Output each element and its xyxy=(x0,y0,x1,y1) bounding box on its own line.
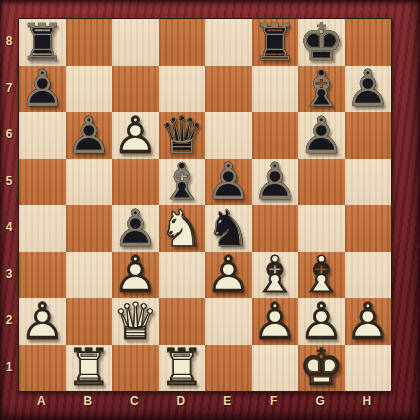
white-bishop-detail-icon: ♗ xyxy=(252,252,299,299)
white-pawn-icon: ♟ xyxy=(112,112,159,159)
square-g4[interactable] xyxy=(298,205,345,252)
square-c2[interactable]: ♛♕ xyxy=(112,298,159,345)
white-king-icon: ♚ xyxy=(298,345,345,392)
square-g5[interactable] xyxy=(298,159,345,206)
black-rook-icon: ♜ xyxy=(252,19,299,66)
square-f3[interactable]: ♝♗ xyxy=(252,252,299,299)
square-b7[interactable] xyxy=(66,66,113,113)
square-g6[interactable]: ♟♙ xyxy=(298,112,345,159)
square-g1[interactable]: ♚♔ xyxy=(298,345,345,392)
square-d5[interactable]: ♝♗ xyxy=(159,159,206,206)
piece-white-knight[interactable]: ♞♘ xyxy=(159,205,206,252)
white-bishop-icon: ♝ xyxy=(252,252,299,299)
white-rook-icon: ♜ xyxy=(159,345,206,392)
black-pawn-icon: ♟ xyxy=(19,66,66,113)
black-pawn-detail-icon: ♙ xyxy=(112,205,159,252)
square-a1[interactable] xyxy=(19,345,66,392)
square-c8[interactable] xyxy=(112,19,159,66)
square-b2[interactable] xyxy=(66,298,113,345)
square-g2[interactable]: ♟♙ xyxy=(298,298,345,345)
black-bishop-icon: ♝ xyxy=(159,159,206,206)
black-queen-detail-icon: ♕ xyxy=(159,112,206,159)
square-f8[interactable]: ♜♖ xyxy=(252,19,299,66)
square-a2[interactable]: ♟♙ xyxy=(19,298,66,345)
square-f6[interactable] xyxy=(252,112,299,159)
file-label-h: H xyxy=(344,390,391,411)
black-pawn-icon: ♟ xyxy=(345,66,392,113)
piece-black-pawn[interactable]: ♟♙ xyxy=(66,112,113,159)
piece-black-bishop[interactable]: ♝♗ xyxy=(298,66,345,113)
black-pawn-icon: ♟ xyxy=(205,159,252,206)
square-a4[interactable] xyxy=(19,205,66,252)
square-h8[interactable] xyxy=(345,19,392,66)
square-h2[interactable]: ♟♙ xyxy=(345,298,392,345)
square-b1[interactable]: ♜♖ xyxy=(66,345,113,392)
file-label-g: G xyxy=(297,390,344,411)
black-pawn-detail-icon: ♙ xyxy=(298,112,345,159)
square-d6[interactable]: ♛♕ xyxy=(159,112,206,159)
square-a6[interactable] xyxy=(19,112,66,159)
square-b4[interactable] xyxy=(66,205,113,252)
black-pawn-detail-icon: ♙ xyxy=(345,66,392,113)
piece-white-pawn[interactable]: ♟♙ xyxy=(112,112,159,159)
square-h5[interactable] xyxy=(345,159,392,206)
black-bishop-detail-icon: ♗ xyxy=(298,66,345,113)
piece-white-pawn[interactable]: ♟♙ xyxy=(252,298,299,345)
white-pawn-detail-icon: ♙ xyxy=(345,298,392,345)
white-knight-detail-icon: ♘ xyxy=(159,205,206,252)
black-knight-icon: ♞ xyxy=(205,205,252,252)
piece-black-rook[interactable]: ♜♖ xyxy=(252,19,299,66)
square-d7[interactable] xyxy=(159,66,206,113)
piece-white-bishop[interactable]: ♝♗ xyxy=(298,252,345,299)
white-pawn-icon: ♟ xyxy=(19,298,66,345)
square-f5[interactable]: ♟♙ xyxy=(252,159,299,206)
square-b6[interactable]: ♟♙ xyxy=(66,112,113,159)
black-bishop-detail-icon: ♗ xyxy=(159,159,206,206)
square-h7[interactable]: ♟♙ xyxy=(345,66,392,113)
square-a5[interactable] xyxy=(19,159,66,206)
square-a8[interactable]: ♜♖ xyxy=(19,19,66,66)
square-g3[interactable]: ♝♗ xyxy=(298,252,345,299)
square-f1[interactable] xyxy=(252,345,299,392)
square-e6[interactable] xyxy=(205,112,252,159)
white-pawn-detail-icon: ♙ xyxy=(298,298,345,345)
square-f2[interactable]: ♟♙ xyxy=(252,298,299,345)
white-pawn-detail-icon: ♙ xyxy=(205,252,252,299)
white-rook-detail-icon: ♖ xyxy=(159,345,206,392)
white-rook-icon: ♜ xyxy=(66,345,113,392)
file-label-a: A xyxy=(18,390,65,411)
square-c6[interactable]: ♟♙ xyxy=(112,112,159,159)
black-pawn-detail-icon: ♙ xyxy=(205,159,252,206)
white-bishop-detail-icon: ♗ xyxy=(298,252,345,299)
piece-white-bishop[interactable]: ♝♗ xyxy=(252,252,299,299)
white-pawn-icon: ♟ xyxy=(112,252,159,299)
white-queen-detail-icon: ♕ xyxy=(112,298,159,345)
piece-black-knight[interactable]: ♞♘ xyxy=(205,205,252,252)
square-f4[interactable] xyxy=(252,205,299,252)
white-pawn-icon: ♟ xyxy=(252,298,299,345)
white-pawn-icon: ♟ xyxy=(205,252,252,299)
black-pawn-icon: ♟ xyxy=(66,112,113,159)
white-pawn-detail-icon: ♙ xyxy=(19,298,66,345)
rank-label-4: 4 xyxy=(0,204,18,251)
rank-label-5: 5 xyxy=(0,158,18,205)
square-c3[interactable]: ♟♙ xyxy=(112,252,159,299)
black-king-detail-icon: ♔ xyxy=(298,19,345,66)
piece-black-bishop[interactable]: ♝♗ xyxy=(159,159,206,206)
black-rook-detail-icon: ♖ xyxy=(252,19,299,66)
square-c7[interactable] xyxy=(112,66,159,113)
square-c1[interactable] xyxy=(112,345,159,392)
piece-white-pawn[interactable]: ♟♙ xyxy=(205,252,252,299)
square-e5[interactable]: ♟♙ xyxy=(205,159,252,206)
white-rook-detail-icon: ♖ xyxy=(66,345,113,392)
white-queen-icon: ♛ xyxy=(112,298,159,345)
square-h1[interactable] xyxy=(345,345,392,392)
black-king-icon: ♚ xyxy=(298,19,345,66)
square-h4[interactable] xyxy=(345,205,392,252)
white-pawn-icon: ♟ xyxy=(298,298,345,345)
file-label-d: D xyxy=(158,390,205,411)
piece-white-pawn[interactable]: ♟♙ xyxy=(345,298,392,345)
piece-black-pawn[interactable]: ♟♙ xyxy=(112,205,159,252)
white-king-detail-icon: ♔ xyxy=(298,345,345,392)
file-label-b: B xyxy=(65,390,112,411)
piece-white-king[interactable]: ♚♔ xyxy=(298,345,345,392)
black-pawn-icon: ♟ xyxy=(112,205,159,252)
rank-label-7: 7 xyxy=(0,65,18,112)
piece-white-rook[interactable]: ♜♖ xyxy=(159,345,206,392)
square-d8[interactable] xyxy=(159,19,206,66)
piece-black-queen[interactable]: ♛♕ xyxy=(159,112,206,159)
rank-label-2: 2 xyxy=(0,297,18,344)
piece-black-pawn[interactable]: ♟♙ xyxy=(205,159,252,206)
square-g8[interactable]: ♚♔ xyxy=(298,19,345,66)
white-bishop-icon: ♝ xyxy=(298,252,345,299)
black-pawn-icon: ♟ xyxy=(252,159,299,206)
piece-white-queen[interactable]: ♛♕ xyxy=(112,298,159,345)
square-e2[interactable] xyxy=(205,298,252,345)
square-e8[interactable] xyxy=(205,19,252,66)
piece-white-pawn[interactable]: ♟♙ xyxy=(298,298,345,345)
piece-black-king[interactable]: ♚♔ xyxy=(298,19,345,66)
rank-label-3: 3 xyxy=(0,251,18,298)
piece-white-rook[interactable]: ♜♖ xyxy=(66,345,113,392)
piece-black-pawn[interactable]: ♟♙ xyxy=(252,159,299,206)
black-pawn-detail-icon: ♙ xyxy=(19,66,66,113)
square-e1[interactable] xyxy=(205,345,252,392)
square-a3[interactable] xyxy=(19,252,66,299)
black-knight-detail-icon: ♘ xyxy=(205,205,252,252)
square-c4[interactable]: ♟♙ xyxy=(112,205,159,252)
black-queen-icon: ♛ xyxy=(159,112,206,159)
black-pawn-icon: ♟ xyxy=(298,112,345,159)
white-pawn-detail-icon: ♙ xyxy=(252,298,299,345)
board: ♜♖♜♖♚♔♟♙♝♗♟♙♟♙♟♙♛♕♟♙♝♗♟♙♟♙♟♙♞♘♞♘♟♙♟♙♝♗♝♗… xyxy=(18,18,392,392)
piece-black-rook[interactable]: ♜♖ xyxy=(19,19,66,66)
square-b5[interactable] xyxy=(66,159,113,206)
square-e7[interactable] xyxy=(205,66,252,113)
square-d1[interactable]: ♜♖ xyxy=(159,345,206,392)
rank-label-1: 1 xyxy=(0,344,18,391)
square-h3[interactable] xyxy=(345,252,392,299)
file-label-c: C xyxy=(111,390,158,411)
black-pawn-detail-icon: ♙ xyxy=(252,159,299,206)
white-pawn-detail-icon: ♙ xyxy=(112,252,159,299)
square-e3[interactable]: ♟♙ xyxy=(205,252,252,299)
square-h6[interactable] xyxy=(345,112,392,159)
square-c5[interactable] xyxy=(112,159,159,206)
chess-board-frame: ♜♖♜♖♚♔♟♙♝♗♟♙♟♙♟♙♛♕♟♙♝♗♟♙♟♙♟♙♞♘♞♘♟♙♟♙♝♗♝♗… xyxy=(0,0,420,420)
square-e4[interactable]: ♞♘ xyxy=(205,205,252,252)
square-b8[interactable] xyxy=(66,19,113,66)
square-b3[interactable] xyxy=(66,252,113,299)
piece-white-pawn[interactable]: ♟♙ xyxy=(19,298,66,345)
piece-white-pawn[interactable]: ♟♙ xyxy=(112,252,159,299)
rank-label-8: 8 xyxy=(0,18,18,65)
file-label-e: E xyxy=(204,390,251,411)
square-d3[interactable] xyxy=(159,252,206,299)
piece-black-pawn[interactable]: ♟♙ xyxy=(298,112,345,159)
square-d4[interactable]: ♞♘ xyxy=(159,205,206,252)
white-pawn-detail-icon: ♙ xyxy=(112,112,159,159)
file-label-f: F xyxy=(251,390,298,411)
black-pawn-detail-icon: ♙ xyxy=(66,112,113,159)
square-f7[interactable] xyxy=(252,66,299,113)
black-rook-icon: ♜ xyxy=(19,19,66,66)
black-rook-detail-icon: ♖ xyxy=(19,19,66,66)
white-pawn-icon: ♟ xyxy=(345,298,392,345)
square-g7[interactable]: ♝♗ xyxy=(298,66,345,113)
rank-label-6: 6 xyxy=(0,111,18,158)
square-a7[interactable]: ♟♙ xyxy=(19,66,66,113)
black-bishop-icon: ♝ xyxy=(298,66,345,113)
square-d2[interactable] xyxy=(159,298,206,345)
piece-black-pawn[interactable]: ♟♙ xyxy=(345,66,392,113)
white-knight-icon: ♞ xyxy=(159,205,206,252)
piece-black-pawn[interactable]: ♟♙ xyxy=(19,66,66,113)
